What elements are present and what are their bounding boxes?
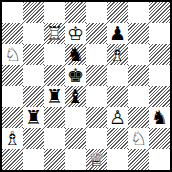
square-g5 [128, 65, 149, 86]
square-e7 [86, 23, 107, 44]
square-b2 [23, 128, 44, 149]
square-h5 [149, 65, 170, 86]
black-rook-b3: ♜ [23, 107, 44, 128]
square-e4 [86, 86, 107, 107]
chess-diagram-frame: ♜♖♚♔♟♞♘♞♝♗♚♜♝♜♟♙♞♝♗♞♘♛♕ [0, 0, 172, 172]
square-d2 [65, 128, 86, 149]
square-b6 [23, 44, 44, 65]
white-bishop-f6: ♝♗ [107, 44, 128, 65]
square-c1 [44, 149, 65, 170]
square-c7: ♜♖ [44, 23, 65, 44]
black-king-d5: ♚ [65, 65, 86, 86]
square-d1 [65, 149, 86, 170]
square-a3 [2, 107, 23, 128]
white-piece-outline: ♕ [86, 149, 107, 169]
square-b8 [23, 2, 44, 23]
black-piece-glyph: ♞ [65, 44, 86, 64]
black-piece-glyph: ♞ [149, 107, 170, 127]
white-piece-outline: ♘ [128, 128, 149, 148]
white-rook-c7: ♜♖ [44, 23, 65, 44]
square-a1 [2, 149, 23, 170]
square-b7 [23, 23, 44, 44]
square-g3 [128, 107, 149, 128]
white-bishop-a2: ♝♗ [2, 128, 23, 149]
white-piece-outline: ♔ [65, 23, 86, 43]
square-g1 [128, 149, 149, 170]
square-e5 [86, 65, 107, 86]
square-e3 [86, 107, 107, 128]
square-c5 [44, 65, 65, 86]
square-a7 [2, 23, 23, 44]
square-c3 [44, 107, 65, 128]
black-rook-c4: ♜ [44, 86, 65, 107]
black-pawn-f7: ♟ [107, 23, 128, 44]
square-e6 [86, 44, 107, 65]
square-a2: ♝♗ [2, 128, 23, 149]
square-b4 [23, 86, 44, 107]
square-d8 [65, 2, 86, 23]
square-f3: ♟♙ [107, 107, 128, 128]
square-a6: ♞♘ [2, 44, 23, 65]
square-d6: ♞ [65, 44, 86, 65]
square-h1 [149, 149, 170, 170]
square-f6: ♝♗ [107, 44, 128, 65]
square-g7 [128, 23, 149, 44]
square-h4 [149, 86, 170, 107]
white-piece-outline: ♙ [107, 107, 128, 127]
square-b1 [23, 149, 44, 170]
white-pawn-f3: ♟♙ [107, 107, 128, 128]
square-h8 [149, 2, 170, 23]
white-piece-outline: ♗ [2, 128, 23, 148]
square-d3 [65, 107, 86, 128]
white-knight-a6: ♞♘ [2, 44, 23, 65]
black-piece-glyph: ♜ [23, 107, 44, 127]
square-b3: ♜ [23, 107, 44, 128]
square-f4 [107, 86, 128, 107]
white-piece-outline: ♖ [44, 23, 65, 43]
white-queen-e1: ♛♕ [86, 149, 107, 170]
black-piece-glyph: ♝ [65, 86, 86, 106]
square-e8 [86, 2, 107, 23]
white-piece-outline: ♘ [2, 44, 23, 64]
square-g2: ♞♘ [128, 128, 149, 149]
black-piece-glyph: ♟ [107, 23, 128, 43]
square-e1: ♛♕ [86, 149, 107, 170]
square-f5 [107, 65, 128, 86]
square-g8 [128, 2, 149, 23]
square-h3: ♞ [149, 107, 170, 128]
black-bishop-d4: ♝ [65, 86, 86, 107]
black-piece-glyph: ♜ [44, 86, 65, 106]
square-d4: ♝ [65, 86, 86, 107]
square-c2 [44, 128, 65, 149]
white-king-d7: ♚♔ [65, 23, 86, 44]
chess-board: ♜♖♚♔♟♞♘♞♝♗♚♜♝♜♟♙♞♝♗♞♘♛♕ [2, 2, 170, 170]
white-knight-g2: ♞♘ [128, 128, 149, 149]
square-f2 [107, 128, 128, 149]
square-b5 [23, 65, 44, 86]
square-f1 [107, 149, 128, 170]
square-e2 [86, 128, 107, 149]
square-d7: ♚♔ [65, 23, 86, 44]
square-a5 [2, 65, 23, 86]
square-h2 [149, 128, 170, 149]
square-g6 [128, 44, 149, 65]
square-g4 [128, 86, 149, 107]
square-c8 [44, 2, 65, 23]
black-piece-glyph: ♚ [65, 65, 86, 85]
square-h7 [149, 23, 170, 44]
black-knight-h3: ♞ [149, 107, 170, 128]
square-h6 [149, 44, 170, 65]
white-piece-outline: ♗ [107, 44, 128, 64]
square-f7: ♟ [107, 23, 128, 44]
square-c4: ♜ [44, 86, 65, 107]
square-c6 [44, 44, 65, 65]
square-a4 [2, 86, 23, 107]
square-d5: ♚ [65, 65, 86, 86]
black-knight-d6: ♞ [65, 44, 86, 65]
square-a8 [2, 2, 23, 23]
square-f8 [107, 2, 128, 23]
